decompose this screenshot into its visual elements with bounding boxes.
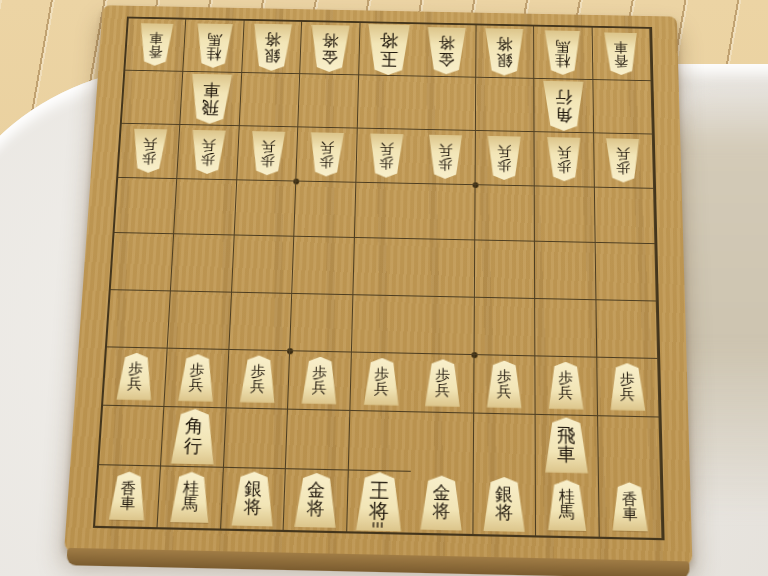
square-9f[interactable] xyxy=(107,290,171,349)
square-5f[interactable] xyxy=(352,295,414,354)
square-6a[interactable]: 金将 xyxy=(300,22,360,76)
piece-pawn-6c[interactable]: 歩兵 xyxy=(308,133,345,177)
square-3i[interactable]: 銀将 xyxy=(473,473,536,535)
piece-kanji: 車 xyxy=(622,507,637,523)
piece-kanji: 歩 xyxy=(374,366,389,381)
square-7b[interactable] xyxy=(240,73,301,127)
piece-kanji: 馬 xyxy=(555,38,570,53)
piece-kanji: 兵 xyxy=(558,385,573,401)
square-7g[interactable]: 歩兵 xyxy=(227,350,291,410)
square-7a[interactable]: 銀将 xyxy=(242,21,302,74)
square-8a[interactable]: 桂馬 xyxy=(184,20,245,73)
square-2c[interactable]: 歩兵 xyxy=(535,132,595,188)
square-7e[interactable] xyxy=(232,236,295,294)
square-4b[interactable] xyxy=(417,77,476,132)
piece-kanji: 桂 xyxy=(206,46,222,61)
piece-kanji: 将 xyxy=(432,502,450,521)
square-4f[interactable] xyxy=(413,296,475,355)
piece-kanji: 兵 xyxy=(438,143,452,157)
piece-kanji: 香 xyxy=(622,491,637,507)
piece-knight-2i[interactable]: 桂馬 xyxy=(547,479,588,531)
square-3e[interactable] xyxy=(475,241,536,299)
square-3c[interactable]: 歩兵 xyxy=(475,131,535,187)
piece-pawn-1c[interactable]: 歩兵 xyxy=(605,139,641,184)
piece-kanji: 歩 xyxy=(200,152,215,166)
piece-pawn-8g[interactable]: 歩兵 xyxy=(177,354,216,402)
piece-pawn-8c[interactable]: 歩兵 xyxy=(189,130,227,174)
square-1a[interactable]: 香車 xyxy=(592,28,651,82)
square-8g[interactable]: 歩兵 xyxy=(165,348,229,408)
piece-kanji: 馬 xyxy=(559,505,575,522)
square-4e[interactable] xyxy=(414,240,475,298)
piece-pawn-6g[interactable]: 歩兵 xyxy=(301,356,339,404)
board-grid: 香車桂馬銀将金将玉将金将銀将桂馬香車飛車角行歩兵歩兵歩兵歩兵歩兵歩兵歩兵歩兵歩兵… xyxy=(93,17,665,541)
piece-kanji: 歩 xyxy=(312,365,327,380)
square-6e[interactable] xyxy=(293,237,355,295)
piece-kanji: 兵 xyxy=(250,379,265,394)
square-9e[interactable] xyxy=(111,233,175,291)
piece-kanji: 飛 xyxy=(201,98,219,116)
square-9h[interactable] xyxy=(99,405,165,466)
piece-king-sente-5i[interactable]: 王将 xyxy=(355,472,404,532)
piece-kanji: 歩 xyxy=(251,364,266,379)
square-5b[interactable] xyxy=(358,75,418,130)
square-8f[interactable] xyxy=(168,291,232,350)
piece-kanji: 歩 xyxy=(379,156,394,170)
piece-gold-6i[interactable]: 金将 xyxy=(293,472,338,527)
square-2i[interactable]: 桂馬 xyxy=(536,474,599,536)
square-6c[interactable]: 歩兵 xyxy=(297,128,358,184)
square-3d[interactable] xyxy=(475,185,535,242)
square-2h[interactable]: 飛車 xyxy=(536,415,599,476)
piece-lance-1i[interactable]: 香車 xyxy=(611,482,649,532)
piece-kanji: 歩 xyxy=(189,362,204,377)
square-2a[interactable]: 桂馬 xyxy=(534,26,593,80)
piece-rook-8b[interactable]: 飛車 xyxy=(188,73,233,123)
piece-kanji: 兵 xyxy=(557,145,571,159)
piece-pawn-1g[interactable]: 歩兵 xyxy=(609,363,647,411)
square-4c[interactable]: 歩兵 xyxy=(416,130,476,186)
piece-pawn-4g[interactable]: 歩兵 xyxy=(424,359,461,407)
piece-pawn-3c[interactable]: 歩兵 xyxy=(487,136,522,181)
piece-pawn-7g[interactable]: 歩兵 xyxy=(239,355,278,403)
piece-kanji: 将 xyxy=(496,36,512,52)
piece-kanji: 歩 xyxy=(616,161,631,175)
piece-lance-1a[interactable]: 香車 xyxy=(604,32,640,75)
piece-knight-2a[interactable]: 桂馬 xyxy=(544,30,582,75)
square-8e[interactable] xyxy=(171,235,234,293)
piece-kanji: 歩 xyxy=(558,370,573,385)
piece-pawn-5c[interactable]: 歩兵 xyxy=(368,134,404,178)
piece-kanji: 車 xyxy=(614,40,628,54)
shogi-board: 香車桂馬銀将金将玉将金将銀将桂馬香車飛車角行歩兵歩兵歩兵歩兵歩兵歩兵歩兵歩兵歩兵… xyxy=(64,5,692,564)
square-1d[interactable] xyxy=(594,188,655,245)
piece-kanji: 車 xyxy=(149,31,164,45)
piece-kanji: 将 xyxy=(369,501,389,522)
square-5c[interactable]: 歩兵 xyxy=(356,129,416,185)
square-3g[interactable]: 歩兵 xyxy=(474,355,536,415)
square-5g[interactable]: 歩兵 xyxy=(350,352,413,412)
square-3a[interactable]: 銀将 xyxy=(476,25,535,79)
piece-king-gote-5a[interactable]: 玉将 xyxy=(366,24,411,75)
square-8i[interactable]: 桂馬 xyxy=(158,466,224,528)
square-3f[interactable] xyxy=(474,297,535,356)
piece-kanji: 兵 xyxy=(127,376,143,391)
square-4h[interactable] xyxy=(411,412,474,473)
piece-pawn-7c[interactable]: 歩兵 xyxy=(249,131,286,175)
square-5h[interactable] xyxy=(349,411,412,472)
piece-kanji: 馬 xyxy=(206,31,222,46)
piece-kanji: 兵 xyxy=(189,377,205,392)
square-4g[interactable]: 歩兵 xyxy=(412,353,474,413)
piece-pawn-2g[interactable]: 歩兵 xyxy=(547,361,584,409)
square-9a[interactable]: 香車 xyxy=(125,18,186,71)
piece-silver-3i[interactable]: 銀将 xyxy=(482,476,526,531)
piece-kanji: 兵 xyxy=(320,141,335,155)
piece-bishop-2b[interactable]: 角行 xyxy=(542,81,585,131)
square-2f[interactable] xyxy=(535,299,597,358)
piece-rook-2h[interactable]: 飛車 xyxy=(544,417,590,473)
square-8c[interactable]: 歩兵 xyxy=(178,125,240,180)
piece-kanji: 桂 xyxy=(555,53,570,68)
piece-kanji: 車 xyxy=(119,496,135,512)
piece-kanji: 銀 xyxy=(496,51,512,67)
piece-kanji: 金 xyxy=(321,48,338,64)
piece-kanji: 兵 xyxy=(260,139,275,153)
piece-pawn-4c[interactable]: 歩兵 xyxy=(427,135,463,179)
piece-kanji: 兵 xyxy=(497,384,512,400)
square-4d[interactable] xyxy=(415,184,475,241)
square-1g[interactable]: 歩兵 xyxy=(597,357,660,417)
square-7d[interactable] xyxy=(235,181,297,238)
piece-pawn-9c[interactable]: 歩兵 xyxy=(130,129,168,173)
square-6b[interactable] xyxy=(299,74,359,128)
piece-kanji: 香 xyxy=(120,480,136,496)
piece-silver-7a[interactable]: 銀将 xyxy=(251,23,293,71)
square-3h[interactable] xyxy=(473,413,535,474)
piece-kanji: 将 xyxy=(322,32,339,48)
square-4i[interactable]: 金将 xyxy=(410,472,473,534)
square-6i[interactable]: 金将 xyxy=(284,469,349,531)
square-2g[interactable]: 歩兵 xyxy=(535,356,597,416)
piece-kanji: 将 xyxy=(438,34,455,50)
square-7f[interactable] xyxy=(229,292,292,351)
square-7h[interactable] xyxy=(224,408,289,469)
square-8d[interactable] xyxy=(174,179,237,235)
piece-kanji: 将 xyxy=(244,498,262,517)
piece-pawn-3g[interactable]: 歩兵 xyxy=(486,360,523,408)
piece-kanji: 将 xyxy=(380,31,399,49)
piece-bishop-8h[interactable]: 角行 xyxy=(170,409,218,465)
piece-kanji: 将 xyxy=(495,504,513,523)
square-6d[interactable] xyxy=(295,182,357,239)
square-6f[interactable] xyxy=(290,293,353,352)
square-2e[interactable] xyxy=(535,242,596,300)
square-1f[interactable] xyxy=(596,300,658,359)
piece-kanji: 行 xyxy=(555,88,573,105)
piece-kanji: 歩 xyxy=(128,361,144,376)
square-2b[interactable]: 角行 xyxy=(534,79,593,134)
piece-kanji: 歩 xyxy=(141,151,156,165)
square-9d[interactable] xyxy=(114,178,177,234)
piece-kanji: 歩 xyxy=(260,153,275,167)
square-5e[interactable] xyxy=(353,238,415,296)
piece-kanji: 兵 xyxy=(142,137,157,151)
piece-kanji: 兵 xyxy=(620,386,635,402)
square-3b[interactable] xyxy=(476,78,535,133)
piece-kanji: 車 xyxy=(557,445,576,465)
piece-kanji: 馬 xyxy=(182,497,199,514)
piece-lance-9i[interactable]: 香車 xyxy=(108,471,148,521)
piece-lance-9a[interactable]: 香車 xyxy=(137,23,174,66)
piece-kanji: 歩 xyxy=(435,367,450,382)
piece-kanji: 香 xyxy=(614,54,628,68)
square-1e[interactable] xyxy=(595,243,657,301)
piece-kanji: 玉 xyxy=(379,49,398,67)
square-1c[interactable]: 歩兵 xyxy=(594,134,654,190)
piece-pawn-2c[interactable]: 歩兵 xyxy=(546,137,582,182)
piece-silver-3a[interactable]: 銀将 xyxy=(484,28,525,76)
piece-gold-6a[interactable]: 金将 xyxy=(309,24,351,72)
piece-kanji: 兵 xyxy=(379,142,393,156)
piece-kanji: 将 xyxy=(264,31,281,47)
piece-knight-8i[interactable]: 桂馬 xyxy=(169,471,212,523)
piece-gold-4i[interactable]: 金将 xyxy=(419,475,463,530)
piece-kanji: 兵 xyxy=(374,381,389,397)
square-7i[interactable]: 銀将 xyxy=(221,468,286,530)
piece-kanji: 歩 xyxy=(557,159,571,173)
square-2d[interactable] xyxy=(535,187,595,244)
piece-kanji: 将 xyxy=(306,500,324,519)
piece-kanji: 行 xyxy=(183,436,202,456)
square-9b[interactable] xyxy=(122,71,184,125)
square-6g[interactable]: 歩兵 xyxy=(288,351,351,411)
square-5d[interactable] xyxy=(355,183,416,240)
square-1b[interactable] xyxy=(593,80,653,135)
piece-kanji: 歩 xyxy=(497,158,511,172)
piece-pawn-9g[interactable]: 歩兵 xyxy=(115,352,154,400)
piece-kanji: 車 xyxy=(202,81,220,98)
piece-kanji: 歩 xyxy=(438,157,452,171)
piece-kanji: 歩 xyxy=(620,371,635,386)
square-7c[interactable]: 歩兵 xyxy=(237,126,298,181)
square-8b[interactable]: 飛車 xyxy=(181,72,242,126)
piece-knight-8a[interactable]: 桂馬 xyxy=(194,23,234,68)
piece-pawn-5g[interactable]: 歩兵 xyxy=(363,358,401,406)
piece-silver-7i[interactable]: 銀将 xyxy=(230,471,276,526)
piece-kanji: 兵 xyxy=(616,147,630,161)
piece-kanji: 歩 xyxy=(319,155,334,169)
square-5a[interactable]: 玉将 xyxy=(359,23,418,77)
square-5i[interactable]: 王将 xyxy=(347,470,411,532)
square-9g[interactable]: 歩兵 xyxy=(103,347,168,407)
square-9i[interactable]: 香車 xyxy=(95,465,161,527)
piece-gold-4a[interactable]: 金将 xyxy=(426,27,467,75)
scene: 香車桂馬銀将金将玉将金将銀将桂馬香車飛車角行歩兵歩兵歩兵歩兵歩兵歩兵歩兵歩兵歩兵… xyxy=(0,0,768,576)
piece-kanji: 歩 xyxy=(497,369,512,384)
piece-kanji: 兵 xyxy=(312,380,327,395)
square-9c[interactable]: 歩兵 xyxy=(118,124,180,179)
piece-kanji: 香 xyxy=(148,44,163,58)
square-1h[interactable] xyxy=(598,416,661,477)
piece-kanji: 兵 xyxy=(435,383,450,399)
square-8h[interactable]: 角行 xyxy=(161,407,226,468)
maker-signature-mark xyxy=(372,522,385,528)
square-6h[interactable] xyxy=(286,409,350,470)
piece-kanji: 銀 xyxy=(263,47,280,63)
piece-kanji: 兵 xyxy=(497,144,511,158)
piece-kanji: 兵 xyxy=(201,138,216,152)
square-4a[interactable]: 金将 xyxy=(417,24,476,78)
square-1i[interactable]: 香車 xyxy=(598,476,662,538)
piece-kanji: 角 xyxy=(555,105,573,123)
piece-kanji: 金 xyxy=(438,50,455,66)
